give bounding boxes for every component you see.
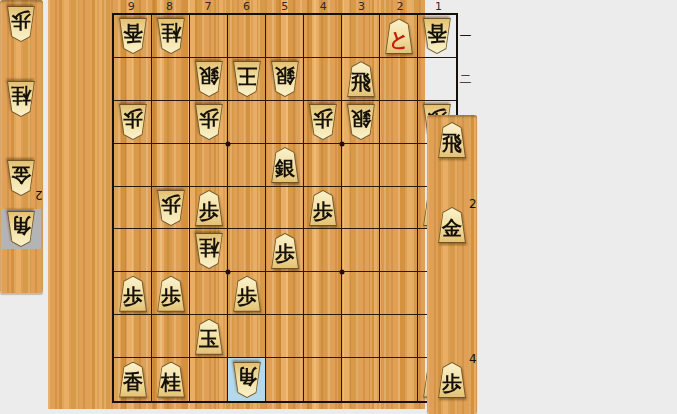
star-point: [340, 270, 345, 275]
piece-kanji: 金: [442, 218, 462, 238]
sente-pawn[interactable]: 歩: [437, 362, 467, 398]
star-point: [226, 141, 231, 146]
sente-pawn[interactable]: 歩: [194, 190, 224, 226]
square-77[interactable]: [190, 272, 228, 315]
piece-kanji: 銀: [351, 110, 371, 130]
sente-pawn[interactable]: 歩: [232, 276, 262, 312]
square-34[interactable]: [342, 144, 380, 187]
square-88[interactable]: [152, 315, 190, 358]
piece-kanji: 香: [123, 372, 143, 392]
square-57[interactable]: [266, 272, 304, 315]
rank-label-1: 一: [457, 28, 474, 45]
square-22[interactable]: [380, 58, 418, 101]
sente-pawn[interactable]: 歩: [156, 276, 186, 312]
square-25[interactable]: [380, 187, 418, 230]
board-wood: 987654321 香桂と香銀王銀飛歩歩歩銀歩銀歩歩歩歩桂歩歩歩歩玉香桂角香 一…: [48, 0, 425, 409]
square-12[interactable]: [418, 58, 456, 101]
piece-kanji: 歩: [123, 110, 143, 130]
sente-silver[interactable]: 銀: [270, 147, 300, 183]
square-23[interactable]: [380, 101, 418, 144]
gote-silver[interactable]: 銀: [346, 104, 376, 140]
square-39[interactable]: [342, 358, 380, 401]
piece-kanji: 王: [237, 67, 257, 87]
square-38[interactable]: [342, 315, 380, 358]
piece-kanji: 桂: [199, 238, 219, 258]
square-27[interactable]: [380, 272, 418, 315]
square-49[interactable]: [304, 358, 342, 401]
gote-knight[interactable]: 桂: [6, 81, 36, 117]
square-79[interactable]: [190, 358, 228, 401]
sente-rook[interactable]: 飛: [437, 122, 467, 158]
hand-count-gold: 2: [469, 197, 477, 211]
square-47[interactable]: [304, 272, 342, 315]
rank-label-2: 二: [457, 71, 474, 88]
piece-kanji: 歩: [199, 110, 219, 130]
piece-kanji: 歩: [275, 243, 295, 263]
piece-kanji: 金: [11, 165, 31, 185]
square-66[interactable]: [228, 229, 266, 272]
gote-gold[interactable]: 金: [6, 160, 36, 196]
square-46[interactable]: [304, 229, 342, 272]
square-35[interactable]: [342, 187, 380, 230]
square-84[interactable]: [152, 144, 190, 187]
square-86[interactable]: [152, 229, 190, 272]
square-98[interactable]: [114, 315, 152, 358]
file-label-7: 7: [198, 0, 218, 13]
shogi-app: 歩桂金2角 987654321 香桂と香銀王銀飛歩歩歩銀歩銀歩歩歩歩桂歩歩歩歩玉…: [0, 0, 677, 414]
square-65[interactable]: [228, 187, 266, 230]
piece-kanji: 桂: [161, 24, 181, 44]
hand-count-pawn: 4: [469, 352, 477, 366]
sente-lance[interactable]: 香: [118, 362, 148, 398]
square-31[interactable]: [342, 15, 380, 58]
sente-pawn[interactable]: 歩: [270, 233, 300, 269]
square-74[interactable]: [190, 144, 228, 187]
star-point: [340, 141, 345, 146]
piece-kanji: 桂: [11, 86, 31, 106]
board-grid: 香桂と香銀王銀飛歩歩歩銀歩銀歩歩歩歩桂歩歩歩歩玉香桂角香: [112, 13, 458, 403]
square-55[interactable]: [266, 187, 304, 230]
square-37[interactable]: [342, 272, 380, 315]
square-58[interactable]: [266, 315, 304, 358]
square-64[interactable]: [228, 144, 266, 187]
piece-kanji: 歩: [11, 11, 31, 31]
piece-kanji: と: [389, 29, 409, 49]
sente-pawn[interactable]: 歩: [308, 190, 338, 226]
gote-silver[interactable]: 銀: [270, 61, 300, 97]
square-41[interactable]: [304, 15, 342, 58]
square-96[interactable]: [114, 229, 152, 272]
sente-tokin[interactable]: と: [384, 18, 414, 54]
square-36[interactable]: [342, 229, 380, 272]
piece-kanji: 歩: [161, 195, 181, 215]
piece-kanji: 歩: [237, 286, 257, 306]
gote-silver[interactable]: 銀: [194, 61, 224, 97]
piece-kanji: 玉: [199, 329, 219, 349]
piece-kanji: 銀: [275, 67, 295, 87]
gote-pawn[interactable]: 歩: [156, 190, 186, 226]
square-83[interactable]: [152, 101, 190, 144]
square-94[interactable]: [114, 144, 152, 187]
gote-pawn[interactable]: 歩: [194, 104, 224, 140]
square-29[interactable]: [380, 358, 418, 401]
square-26[interactable]: [380, 229, 418, 272]
square-92[interactable]: [114, 58, 152, 101]
sente-knight[interactable]: 桂: [156, 362, 186, 398]
piece-kanji: 銀: [275, 158, 295, 178]
piece-kanji: 歩: [199, 201, 219, 221]
piece-kanji: 香: [427, 24, 447, 44]
file-label-1: 1: [428, 0, 448, 13]
gote-hand-stand: 歩桂金2角: [0, 0, 43, 293]
file-label-8: 8: [160, 0, 180, 13]
gote-pawn[interactable]: 歩: [308, 104, 338, 140]
square-82[interactable]: [152, 58, 190, 101]
sente-pawn[interactable]: 歩: [118, 276, 148, 312]
square-68[interactable]: [228, 315, 266, 358]
piece-kanji: 歩: [161, 286, 181, 306]
piece-kanji: 角: [237, 367, 257, 387]
square-48[interactable]: [304, 315, 342, 358]
gote-lance[interactable]: 香: [118, 18, 148, 54]
gote-bishop[interactable]: 角: [232, 362, 262, 398]
square-95[interactable]: [114, 187, 152, 230]
file-label-6: 6: [236, 0, 256, 13]
gote-king[interactable]: 王: [232, 61, 262, 97]
square-44[interactable]: [304, 144, 342, 187]
square-24[interactable]: [380, 144, 418, 187]
piece-kanji: 歩: [313, 110, 333, 130]
gote-lance[interactable]: 香: [422, 18, 452, 54]
piece-kanji: 飛: [351, 72, 371, 92]
square-42[interactable]: [304, 58, 342, 101]
sente-rook[interactable]: 飛: [346, 61, 376, 97]
piece-kanji: 歩: [313, 201, 333, 221]
piece-kanji: 桂: [161, 372, 181, 392]
gote-knight[interactable]: 桂: [156, 18, 186, 54]
piece-kanji: 銀: [199, 67, 219, 87]
gote-pawn[interactable]: 歩: [6, 6, 36, 42]
file-label-3: 3: [352, 0, 372, 13]
square-28[interactable]: [380, 315, 418, 358]
piece-kanji: 歩: [442, 373, 462, 393]
square-63[interactable]: [228, 101, 266, 144]
file-label-2: 2: [390, 0, 410, 13]
gote-pawn[interactable]: 歩: [118, 104, 148, 140]
piece-kanji: 歩: [123, 286, 143, 306]
piece-kanji: 角: [11, 216, 31, 236]
sente-gold[interactable]: 金: [437, 207, 467, 243]
square-51[interactable]: [266, 15, 304, 58]
file-label-9: 9: [121, 0, 141, 13]
hand-count-gold: 2: [35, 188, 43, 202]
file-label-5: 5: [275, 0, 295, 13]
square-61[interactable]: [228, 15, 266, 58]
square-53[interactable]: [266, 101, 304, 144]
gote-knight[interactable]: 桂: [194, 233, 224, 269]
piece-kanji: 香: [123, 24, 143, 44]
file-labels: 987654321: [112, 0, 458, 13]
sente-king[interactable]: 玉: [194, 319, 224, 355]
file-label-4: 4: [313, 0, 333, 13]
square-71[interactable]: [190, 15, 228, 58]
star-point: [226, 270, 231, 275]
gote-bishop[interactable]: 角: [6, 211, 36, 247]
piece-kanji: 飛: [442, 133, 462, 153]
square-59[interactable]: [266, 358, 304, 401]
sente-hand-stand: 飛金2歩4: [427, 115, 477, 414]
